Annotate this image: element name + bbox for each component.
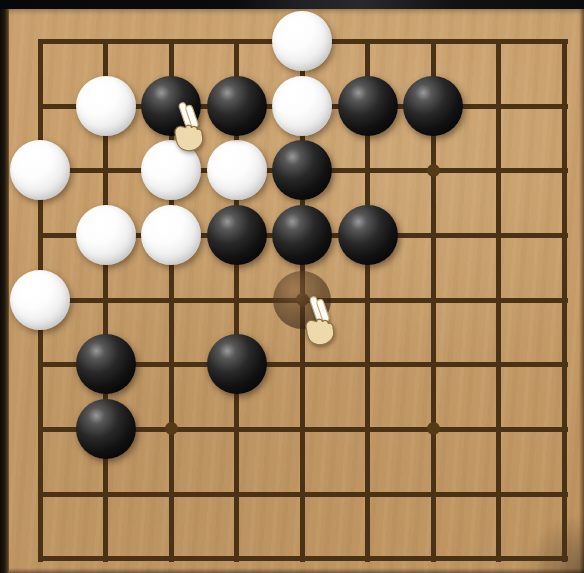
intersection-5-7[interactable] [269,397,335,462]
intersection-2-1[interactable] [73,9,139,74]
background-top-strip [0,0,584,9]
intersection-6-9[interactable] [335,526,401,573]
intersection-9-9[interactable] [531,526,584,573]
intersection-2-5[interactable] [73,267,139,332]
star-point [165,422,178,435]
intersection-8-9[interactable] [466,526,532,573]
board-grid[interactable]: ○○○○○○○○○●●●●●●●●●●● [7,9,584,573]
intersection-4-9[interactable] [204,526,270,573]
stone-white[interactable]: ○ [207,140,267,200]
intersection-2-9[interactable] [73,526,139,573]
stone-white[interactable]: ○ [76,76,136,136]
stone-white[interactable]: ○ [272,76,332,136]
intersection-8-7[interactable] [466,397,532,462]
stone-black[interactable]: ● [338,205,398,265]
intersection-8-8[interactable] [466,461,532,526]
intersection-6-8[interactable] [335,461,401,526]
intersection-1-9[interactable] [7,526,73,573]
stone-black[interactable]: ● [338,76,398,136]
intersection-9-8[interactable] [531,461,584,526]
intersection-1-2[interactable] [7,73,73,138]
intersection-3-5[interactable] [138,267,204,332]
stone-white[interactable]: ○ [76,205,136,265]
intersection-7-8[interactable] [400,461,466,526]
stone-black[interactable]: ● [207,205,267,265]
intersection-8-2[interactable] [466,73,532,138]
intersection-1-7[interactable] [7,397,73,462]
stone-black[interactable]: ● [76,334,136,394]
intersection-9-1[interactable] [531,9,584,74]
intersection-6-6[interactable] [335,332,401,397]
intersection-7-6[interactable] [400,332,466,397]
two-finger-tap-icon [168,102,205,153]
stone-black[interactable]: ● [76,399,136,459]
stone-black[interactable]: ● [272,205,332,265]
intersection-9-3[interactable] [531,138,584,203]
intersection-5-8[interactable] [269,461,335,526]
intersection-6-7[interactable] [335,397,401,462]
intersection-1-6[interactable] [7,332,73,397]
intersection-9-4[interactable] [531,203,584,268]
intersection-7-9[interactable] [400,526,466,573]
intersection-3-6[interactable] [138,332,204,397]
intersection-7-4[interactable] [400,203,466,268]
intersection-4-5[interactable] [204,267,270,332]
intersection-3-1[interactable] [138,9,204,74]
two-finger-tap-icon [299,296,336,347]
intersection-1-8[interactable] [7,461,73,526]
intersection-7-1[interactable] [400,9,466,74]
go-game-screen: ○○○○○○○○○●●●●●●●●●●● [0,0,584,573]
intersection-9-5[interactable] [531,267,584,332]
intersection-8-6[interactable] [466,332,532,397]
intersection-4-8[interactable] [204,461,270,526]
intersection-9-2[interactable] [531,73,584,138]
intersection-7-5[interactable] [400,267,466,332]
intersection-2-8[interactable] [73,461,139,526]
intersection-9-6[interactable] [531,332,584,397]
intersection-3-8[interactable] [138,461,204,526]
intersection-4-1[interactable] [204,9,270,74]
intersection-1-1[interactable] [7,9,73,74]
stone-white[interactable]: ○ [10,270,70,330]
intersection-2-3[interactable] [73,138,139,203]
intersection-8-1[interactable] [466,9,532,74]
stone-white[interactable]: ○ [141,205,201,265]
stone-black[interactable]: ● [403,76,463,136]
intersection-8-3[interactable] [466,138,532,203]
intersection-9-7[interactable] [531,397,584,462]
intersection-3-9[interactable] [138,526,204,573]
star-point [427,422,440,435]
intersection-6-3[interactable] [335,138,401,203]
intersection-1-4[interactable] [7,203,73,268]
intersection-4-7[interactable] [204,397,270,462]
stone-black[interactable]: ● [207,76,267,136]
intersection-8-5[interactable] [466,267,532,332]
intersection-8-4[interactable] [466,203,532,268]
stone-white[interactable]: ○ [272,11,332,71]
stone-white[interactable]: ○ [10,140,70,200]
intersection-6-1[interactable] [335,9,401,74]
intersection-5-9[interactable] [269,526,335,573]
star-point [427,164,440,177]
intersection-6-5[interactable] [335,267,401,332]
stone-black[interactable]: ● [272,140,332,200]
stone-black[interactable]: ● [207,334,267,394]
